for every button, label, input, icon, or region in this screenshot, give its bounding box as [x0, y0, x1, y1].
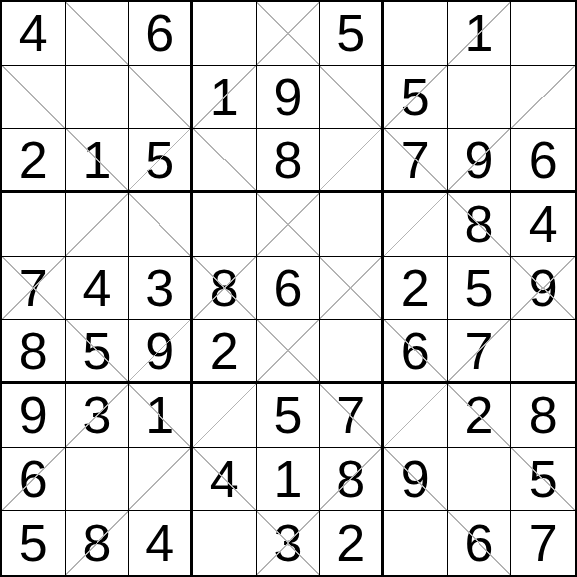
cell-r3c2: 1 [66, 129, 130, 193]
cell-r5c6[interactable] [320, 257, 384, 321]
cell-r7c3: 1 [129, 384, 193, 448]
cell-r3c5: 8 [257, 129, 321, 193]
cell-r9c3: 4 [129, 511, 193, 575]
cell-r8c6: 8 [320, 448, 384, 512]
cell-r6c4: 2 [193, 320, 257, 384]
cell-r9c8: 6 [448, 511, 512, 575]
cell-r7c1: 9 [2, 384, 66, 448]
cell-r4c1[interactable] [2, 193, 66, 257]
cell-r5c2: 4 [66, 257, 130, 321]
cell-r4c8: 8 [448, 193, 512, 257]
cell-r7c7[interactable] [384, 384, 448, 448]
cell-r3c6[interactable] [320, 129, 384, 193]
cell-r9c7[interactable] [384, 511, 448, 575]
cell-r1c6: 5 [320, 2, 384, 66]
cell-r6c6[interactable] [320, 320, 384, 384]
cell-r1c9[interactable] [511, 2, 575, 66]
cell-r9c4[interactable] [193, 511, 257, 575]
cell-r5c3: 3 [129, 257, 193, 321]
cell-r9c6: 2 [320, 511, 384, 575]
cell-r8c8[interactable] [448, 448, 512, 512]
cell-r5c4: 8 [193, 257, 257, 321]
cell-r1c5[interactable] [257, 2, 321, 66]
cell-r2c6[interactable] [320, 66, 384, 130]
cell-r4c7[interactable] [384, 193, 448, 257]
cell-r4c3[interactable] [129, 193, 193, 257]
cell-r3c4[interactable] [193, 129, 257, 193]
cell-r2c5: 9 [257, 66, 321, 130]
cell-r4c5[interactable] [257, 193, 321, 257]
cell-r8c5: 1 [257, 448, 321, 512]
cell-r1c4[interactable] [193, 2, 257, 66]
cell-r3c8: 9 [448, 129, 512, 193]
cell-r1c7[interactable] [384, 2, 448, 66]
cell-r5c9: 9 [511, 257, 575, 321]
cell-r2c8[interactable] [448, 66, 512, 130]
cell-r5c8: 5 [448, 257, 512, 321]
cell-r9c9: 7 [511, 511, 575, 575]
cell-r8c2[interactable] [66, 448, 130, 512]
cell-r2c1[interactable] [2, 66, 66, 130]
cell-r4c9: 4 [511, 193, 575, 257]
cell-r9c5: 3 [257, 511, 321, 575]
cell-r9c2: 8 [66, 511, 130, 575]
cell-r8c3[interactable] [129, 448, 193, 512]
cell-r5c1: 7 [2, 257, 66, 321]
cell-r1c8: 1 [448, 2, 512, 66]
cell-r2c3[interactable] [129, 66, 193, 130]
cell-r3c7: 7 [384, 129, 448, 193]
cell-r4c4[interactable] [193, 193, 257, 257]
cell-r8c7: 9 [384, 448, 448, 512]
cell-r7c9: 8 [511, 384, 575, 448]
cell-r4c6[interactable] [320, 193, 384, 257]
cell-r1c1: 4 [2, 2, 66, 66]
cell-r2c2[interactable] [66, 66, 130, 130]
cell-r2c4: 1 [193, 66, 257, 130]
cell-r8c1: 6 [2, 448, 66, 512]
cell-r5c5: 6 [257, 257, 321, 321]
cell-r6c2: 5 [66, 320, 130, 384]
cell-r6c1: 8 [2, 320, 66, 384]
cell-r7c6: 7 [320, 384, 384, 448]
cell-r8c4: 4 [193, 448, 257, 512]
cell-r6c9[interactable] [511, 320, 575, 384]
cell-r7c2: 3 [66, 384, 130, 448]
cell-r7c8: 2 [448, 384, 512, 448]
cell-r1c2[interactable] [66, 2, 130, 66]
cell-r5c7: 2 [384, 257, 448, 321]
cell-r6c5[interactable] [257, 320, 321, 384]
sudoku-board: 4651195215879684743862598592679315728641… [0, 0, 577, 577]
cell-r6c3: 9 [129, 320, 193, 384]
cell-r6c7: 6 [384, 320, 448, 384]
cell-r2c7: 5 [384, 66, 448, 130]
cell-r3c1: 2 [2, 129, 66, 193]
cell-r4c2[interactable] [66, 193, 130, 257]
cell-r8c9: 5 [511, 448, 575, 512]
cell-r1c3: 6 [129, 2, 193, 66]
cell-r2c9[interactable] [511, 66, 575, 130]
cell-r3c3: 5 [129, 129, 193, 193]
cell-r6c8: 7 [448, 320, 512, 384]
cell-r7c4[interactable] [193, 384, 257, 448]
cell-r3c9: 6 [511, 129, 575, 193]
cell-r7c5: 5 [257, 384, 321, 448]
cell-r9c1: 5 [2, 511, 66, 575]
